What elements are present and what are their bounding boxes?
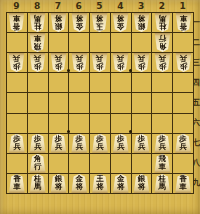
board-cell[interactable] bbox=[7, 93, 27, 112]
piece-kanji: 馬 bbox=[159, 183, 167, 191]
board-cell[interactable] bbox=[49, 33, 69, 52]
board-cell[interactable] bbox=[173, 73, 193, 92]
shogi-piece-sente[interactable]: 桂馬 bbox=[154, 174, 171, 193]
shogi-piece-gote[interactable]: 歩兵 bbox=[50, 53, 67, 72]
file-label: 9 bbox=[6, 0, 27, 12]
star-point bbox=[67, 69, 70, 72]
board-cell[interactable] bbox=[173, 114, 193, 133]
piece-kanji: 将 bbox=[138, 15, 146, 23]
shogi-piece-gote[interactable]: 香車 bbox=[8, 13, 25, 32]
board-cell[interactable]: 歩兵 bbox=[132, 134, 152, 153]
board-cell[interactable] bbox=[69, 73, 89, 92]
board-cell[interactable] bbox=[28, 114, 48, 133]
shogi-piece-gote[interactable]: 飛車 bbox=[29, 33, 46, 52]
shogi-piece-gote[interactable]: 銀将 bbox=[50, 13, 67, 32]
board-cell[interactable]: 歩兵 bbox=[132, 53, 152, 72]
board-cell[interactable] bbox=[7, 73, 27, 92]
piece-kanji: 兵 bbox=[159, 143, 167, 151]
board-cell[interactable]: 金将 bbox=[111, 174, 131, 193]
piece-kanji: 車 bbox=[179, 183, 187, 191]
piece-kanji: 馬 bbox=[159, 15, 167, 23]
piece-kanji: 馬 bbox=[34, 15, 42, 23]
star-point bbox=[67, 130, 70, 133]
board-cell[interactable]: 角行 bbox=[152, 33, 172, 52]
shogi-piece-gote[interactable]: 玉将 bbox=[91, 13, 108, 32]
board-cell[interactable] bbox=[7, 33, 27, 52]
shogi-piece-sente[interactable]: 香車 bbox=[8, 174, 25, 193]
file-labels: 987654321 bbox=[6, 0, 193, 12]
file-label: 8 bbox=[27, 0, 48, 12]
shogi-piece-sente[interactable]: 香車 bbox=[175, 174, 192, 193]
piece-kanji: 車 bbox=[34, 35, 42, 43]
board-cell[interactable] bbox=[69, 93, 89, 112]
piece-kanji: 将 bbox=[138, 183, 146, 191]
board-cell[interactable]: 歩兵 bbox=[173, 134, 193, 153]
piece-kanji: 香 bbox=[13, 23, 21, 31]
board-cell[interactable]: 歩兵 bbox=[49, 53, 69, 72]
piece-kanji: 兵 bbox=[34, 55, 42, 63]
shogi-piece-gote[interactable]: 歩兵 bbox=[8, 53, 25, 72]
board-cell[interactable]: 歩兵 bbox=[28, 53, 48, 72]
piece-kanji: 将 bbox=[96, 15, 104, 23]
shogi-board-screenshot: 987654321 一二三四五六七八九 香車桂馬銀将金将玉将金将銀将桂馬香車飛車… bbox=[0, 0, 200, 214]
piece-kanji: 将 bbox=[117, 183, 125, 191]
shogi-piece-sente[interactable]: 桂馬 bbox=[29, 174, 46, 193]
piece-kanji: 金 bbox=[117, 23, 125, 31]
piece-kanji: 兵 bbox=[96, 143, 104, 151]
file-label: 4 bbox=[110, 0, 131, 12]
shogi-piece-sente[interactable]: 銀将 bbox=[133, 174, 150, 193]
shogi-piece-sente[interactable]: 角行 bbox=[29, 154, 46, 173]
board-cell[interactable] bbox=[49, 93, 69, 112]
board-cell[interactable]: 金将 bbox=[111, 13, 131, 32]
board-cell[interactable] bbox=[90, 33, 110, 52]
piece-kanji: 銀 bbox=[138, 23, 146, 31]
board-cell[interactable]: 歩兵 bbox=[111, 134, 131, 153]
piece-kanji: 金 bbox=[75, 23, 83, 31]
piece-kanji: 車 bbox=[179, 15, 187, 23]
board-cell[interactable]: 桂馬 bbox=[152, 13, 172, 32]
shogi-piece-gote[interactable]: 歩兵 bbox=[154, 53, 171, 72]
board-cell[interactable] bbox=[49, 114, 69, 133]
piece-kanji: 兵 bbox=[138, 143, 146, 151]
shogi-piece-gote[interactable]: 歩兵 bbox=[133, 53, 150, 72]
board-cell[interactable]: 歩兵 bbox=[90, 134, 110, 153]
board-cell[interactable]: 香車 bbox=[7, 174, 27, 193]
board-cell[interactable] bbox=[132, 154, 152, 173]
piece-kanji: 兵 bbox=[55, 143, 63, 151]
piece-kanji: 兵 bbox=[96, 55, 104, 63]
shogi-piece-sente[interactable]: 王将 bbox=[91, 174, 108, 193]
board-cell[interactable] bbox=[152, 73, 172, 92]
piece-kanji: 兵 bbox=[159, 55, 167, 63]
board-cell[interactable] bbox=[49, 73, 69, 92]
shogi-piece-sente[interactable]: 歩兵 bbox=[29, 134, 46, 153]
shogi-piece-gote[interactable]: 金将 bbox=[112, 13, 129, 32]
shogi-piece-gote[interactable]: 金将 bbox=[71, 13, 88, 32]
shogi-piece-gote[interactable]: 桂馬 bbox=[29, 13, 46, 32]
piece-kanji: 兵 bbox=[75, 143, 83, 151]
board-grid: 香車桂馬銀将金将玉将金将銀将桂馬香車飛車角行歩兵歩兵歩兵歩兵歩兵歩兵歩兵歩兵歩兵… bbox=[6, 12, 194, 194]
board-cell[interactable]: 王将 bbox=[90, 174, 110, 193]
board-cell[interactable]: 歩兵 bbox=[7, 134, 27, 153]
board-cell[interactable]: 銀将 bbox=[132, 174, 152, 193]
shogi-piece-gote[interactable]: 銀将 bbox=[133, 13, 150, 32]
board-cell[interactable]: 歩兵 bbox=[90, 53, 110, 72]
board-cell[interactable]: 歩兵 bbox=[49, 134, 69, 153]
piece-kanji: 車 bbox=[13, 183, 21, 191]
shogi-piece-gote[interactable]: 香車 bbox=[175, 13, 192, 32]
piece-kanji: 将 bbox=[55, 183, 63, 191]
piece-kanji: 兵 bbox=[34, 143, 42, 151]
piece-kanji: 歩 bbox=[55, 63, 63, 71]
board-cell[interactable]: 歩兵 bbox=[69, 53, 89, 72]
star-point bbox=[129, 69, 132, 72]
board-cell[interactable] bbox=[132, 93, 152, 112]
board-cell[interactable]: 銀将 bbox=[49, 174, 69, 193]
shogi-piece-sente[interactable]: 金将 bbox=[112, 174, 129, 193]
board-cell[interactable] bbox=[111, 93, 131, 112]
piece-kanji: 兵 bbox=[117, 55, 125, 63]
piece-kanji: 兵 bbox=[138, 55, 146, 63]
shogi-piece-sente[interactable]: 歩兵 bbox=[8, 134, 25, 153]
file-label: 5 bbox=[89, 0, 110, 12]
piece-kanji: 歩 bbox=[179, 63, 187, 71]
shogi-piece-gote[interactable]: 角行 bbox=[154, 33, 171, 52]
file-label: 3 bbox=[131, 0, 152, 12]
piece-kanji: 将 bbox=[75, 15, 83, 23]
piece-kanji: 将 bbox=[96, 183, 104, 191]
star-point bbox=[129, 130, 132, 133]
board-cell[interactable] bbox=[7, 154, 27, 173]
board-cell[interactable]: 銀将 bbox=[49, 13, 69, 32]
shogi-piece-gote[interactable]: 歩兵 bbox=[29, 53, 46, 72]
piece-kanji: 兵 bbox=[13, 143, 21, 151]
piece-kanji: 兵 bbox=[179, 55, 187, 63]
piece-kanji: 車 bbox=[13, 15, 21, 23]
board-cell[interactable] bbox=[132, 33, 152, 52]
board-cell[interactable] bbox=[69, 114, 89, 133]
board-cell[interactable]: 歩兵 bbox=[111, 53, 131, 72]
board-cell[interactable]: 飛車 bbox=[28, 33, 48, 52]
shogi-piece-gote[interactable]: 歩兵 bbox=[112, 53, 129, 72]
file-label: 1 bbox=[172, 0, 193, 12]
board-cell[interactable]: 歩兵 bbox=[7, 53, 27, 72]
board-cell[interactable] bbox=[49, 154, 69, 173]
board-cell[interactable] bbox=[111, 154, 131, 173]
piece-kanji: 歩 bbox=[138, 63, 146, 71]
piece-kanji: 歩 bbox=[117, 63, 125, 71]
piece-kanji: 行 bbox=[159, 35, 167, 43]
shogi-piece-sente[interactable]: 歩兵 bbox=[71, 134, 88, 153]
board-cell[interactable] bbox=[173, 93, 193, 112]
board-cell[interactable]: 歩兵 bbox=[152, 53, 172, 72]
board-cell[interactable]: 金将 bbox=[69, 174, 89, 193]
piece-kanji: 車 bbox=[159, 163, 167, 171]
board-cell[interactable] bbox=[173, 154, 193, 173]
board-cell[interactable]: 金将 bbox=[69, 13, 89, 32]
board-cell[interactable]: 香車 bbox=[7, 13, 27, 32]
shogi-piece-sente[interactable]: 歩兵 bbox=[50, 134, 67, 153]
piece-kanji: 兵 bbox=[75, 55, 83, 63]
board-cell[interactable]: 桂馬 bbox=[28, 174, 48, 193]
shogi-piece-gote[interactable]: 歩兵 bbox=[91, 53, 108, 72]
board-cell[interactable]: 歩兵 bbox=[28, 134, 48, 153]
board-cell[interactable] bbox=[111, 73, 131, 92]
shogi-piece-gote[interactable]: 歩兵 bbox=[175, 53, 192, 72]
piece-kanji: 桂 bbox=[159, 23, 167, 31]
board-cell[interactable]: 香車 bbox=[173, 174, 193, 193]
piece-kanji: 兵 bbox=[13, 55, 21, 63]
board-cell[interactable] bbox=[173, 33, 193, 52]
piece-kanji: 行 bbox=[34, 163, 42, 171]
piece-kanji: 兵 bbox=[179, 143, 187, 151]
piece-kanji: 歩 bbox=[75, 63, 83, 71]
board-cell[interactable]: 玉将 bbox=[90, 13, 110, 32]
board-cell[interactable]: 歩兵 bbox=[152, 134, 172, 153]
piece-kanji: 香 bbox=[179, 23, 187, 31]
piece-kanji: 歩 bbox=[13, 63, 21, 71]
board-cell[interactable] bbox=[28, 93, 48, 112]
board-cell[interactable]: 銀将 bbox=[132, 13, 152, 32]
board-cell[interactable]: 歩兵 bbox=[173, 53, 193, 72]
file-label: 2 bbox=[151, 0, 172, 12]
board-cell[interactable] bbox=[69, 33, 89, 52]
board-cell[interactable] bbox=[90, 154, 110, 173]
board-cell[interactable] bbox=[152, 93, 172, 112]
shogi-piece-sente[interactable]: 歩兵 bbox=[175, 134, 192, 153]
piece-kanji: 馬 bbox=[34, 183, 42, 191]
piece-kanji: 角 bbox=[159, 43, 167, 51]
piece-kanji: 歩 bbox=[34, 63, 42, 71]
board-cell[interactable]: 桂馬 bbox=[28, 13, 48, 32]
shogi-piece-sente[interactable]: 金将 bbox=[71, 174, 88, 193]
file-label: 6 bbox=[68, 0, 89, 12]
piece-kanji: 銀 bbox=[55, 23, 63, 31]
board-cell[interactable]: 飛車 bbox=[152, 154, 172, 173]
shogi-piece-gote[interactable]: 歩兵 bbox=[71, 53, 88, 72]
piece-kanji: 歩 bbox=[96, 63, 104, 71]
shogi-piece-sente[interactable]: 銀将 bbox=[50, 174, 67, 193]
board-cell[interactable]: 香車 bbox=[173, 13, 193, 32]
piece-kanji: 桂 bbox=[34, 23, 42, 31]
piece-kanji: 将 bbox=[117, 15, 125, 23]
shogi-piece-sente[interactable]: 歩兵 bbox=[133, 134, 150, 153]
board-cell[interactable]: 桂馬 bbox=[152, 174, 172, 193]
board-cell[interactable] bbox=[69, 154, 89, 173]
file-label: 7 bbox=[48, 0, 69, 12]
board-cell[interactable] bbox=[90, 73, 110, 92]
shogi-piece-sente[interactable]: 歩兵 bbox=[112, 134, 129, 153]
board-cell[interactable]: 角行 bbox=[28, 154, 48, 173]
board-cell[interactable] bbox=[132, 73, 152, 92]
piece-kanji: 兵 bbox=[55, 55, 63, 63]
piece-kanji: 歩 bbox=[159, 63, 167, 71]
board-cell[interactable] bbox=[111, 114, 131, 133]
piece-kanji: 将 bbox=[75, 183, 83, 191]
shogi-piece-sente[interactable]: 飛車 bbox=[154, 154, 171, 173]
shogi-piece-gote[interactable]: 桂馬 bbox=[154, 13, 171, 32]
shogi-piece-sente[interactable]: 歩兵 bbox=[91, 134, 108, 153]
board-cell[interactable] bbox=[90, 93, 110, 112]
board-cell[interactable] bbox=[90, 114, 110, 133]
board-cell[interactable]: 歩兵 bbox=[69, 134, 89, 153]
board-cell[interactable] bbox=[111, 33, 131, 52]
board-cell[interactable] bbox=[7, 114, 27, 133]
board-cell[interactable] bbox=[132, 114, 152, 133]
piece-kanji: 将 bbox=[55, 15, 63, 23]
piece-kanji: 玉 bbox=[96, 23, 104, 31]
shogi-piece-sente[interactable]: 歩兵 bbox=[154, 134, 171, 153]
piece-kanji: 兵 bbox=[117, 143, 125, 151]
board-cell[interactable] bbox=[28, 73, 48, 92]
piece-kanji: 飛 bbox=[34, 43, 42, 51]
board-cell[interactable] bbox=[152, 114, 172, 133]
